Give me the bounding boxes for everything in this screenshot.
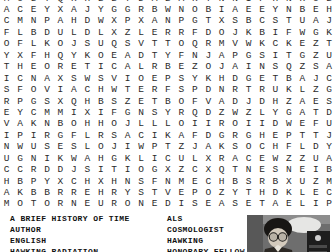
grid-cell-r8c3[interactable]: N [27, 73, 40, 84]
grid-cell-r6c4[interactable]: H [40, 50, 53, 61]
grid-cell-r10c24[interactable]: E [309, 96, 322, 107]
grid-cell-r19c21[interactable]: A [269, 198, 282, 209]
grid-cell-r5c6[interactable]: J [67, 38, 80, 49]
grid-cell-r3c16[interactable]: T [202, 15, 215, 26]
grid-cell-r17c4[interactable]: Y [40, 176, 53, 187]
grid-cell-r12c24[interactable]: F [309, 118, 322, 129]
grid-cell-r10c25[interactable]: S [323, 96, 336, 107]
grid-cell-r7c15[interactable]: Z [188, 61, 201, 72]
grid-cell-r8c22[interactable]: B [282, 73, 295, 84]
grid-cell-r13c4[interactable]: R [40, 130, 53, 141]
grid-cell-r14c18[interactable]: S [228, 141, 241, 152]
grid-cell-r4c3[interactable]: B [27, 27, 40, 38]
grid-cell-r10c1[interactable]: R [0, 96, 13, 107]
grid-cell-r18c12[interactable]: T [148, 187, 161, 198]
grid-cell-r18c14[interactable]: E [175, 187, 188, 198]
grid-cell-r10c17[interactable]: A [215, 96, 228, 107]
grid-cell-r19c2[interactable]: O [13, 198, 26, 209]
grid-cell-r9c16[interactable]: D [202, 84, 215, 95]
grid-cell-r13c15[interactable]: F [188, 130, 201, 141]
grid-cell-r16c19[interactable]: N [242, 164, 255, 175]
grid-cell-r4c19[interactable]: K [242, 27, 255, 38]
grid-cell-r15c17[interactable]: R [215, 153, 228, 164]
grid-cell-r2c2[interactable]: C [13, 4, 26, 15]
grid-cell-r3c8[interactable]: W [94, 15, 107, 26]
grid-cell-r14c5[interactable]: E [54, 141, 67, 152]
grid-cell-r14c1[interactable]: N [0, 141, 13, 152]
grid-cell-r12c11[interactable]: L [134, 118, 147, 129]
grid-cell-r4c25[interactable]: K [323, 27, 336, 38]
grid-cell-r15c20[interactable]: E [255, 153, 268, 164]
grid-cell-r5c15[interactable]: Q [188, 38, 201, 49]
grid-cell-r9c22[interactable]: K [282, 84, 295, 95]
grid-cell-r14c7[interactable]: L [81, 141, 94, 152]
grid-cell-r3c7[interactable]: D [81, 15, 94, 26]
grid-cell-r12c18[interactable]: O [228, 118, 241, 129]
grid-cell-r16c21[interactable]: S [269, 164, 282, 175]
grid-cell-r2c24[interactable]: E [309, 4, 322, 15]
grid-cell-r12c21[interactable]: D [269, 118, 282, 129]
grid-cell-r14c4[interactable]: S [40, 141, 53, 152]
grid-cell-r4c2[interactable]: L [13, 27, 26, 38]
grid-cell-r8c10[interactable]: I [121, 73, 134, 84]
grid-cell-r16c4[interactable]: D [40, 164, 53, 175]
grid-cell-r4c9[interactable]: X [108, 27, 121, 38]
grid-cell-r5c12[interactable]: T [148, 38, 161, 49]
grid-cell-r11c2[interactable]: Y [13, 107, 26, 118]
grid-cell-r9c9[interactable]: W [108, 84, 121, 95]
grid-cell-r10c9[interactable]: S [108, 96, 121, 107]
grid-cell-r8c7[interactable]: W [81, 73, 94, 84]
grid-cell-r16c24[interactable]: I [309, 164, 322, 175]
grid-cell-r8c15[interactable]: Y [188, 73, 201, 84]
grid-cell-r15c12[interactable]: I [148, 153, 161, 164]
grid-cell-r14c2[interactable]: W [13, 141, 26, 152]
grid-cell-r17c20[interactable]: R [255, 176, 268, 187]
grid-cell-r4c17[interactable]: O [215, 27, 228, 38]
grid-cell-r13c6[interactable]: F [67, 130, 80, 141]
grid-cell-r8c20[interactable]: E [255, 73, 268, 84]
grid-cell-r16c10[interactable]: I [121, 164, 134, 175]
grid-cell-r12c22[interactable]: W [282, 118, 295, 129]
grid-cell-r4c7[interactable]: D [81, 27, 94, 38]
grid-cell-r12c13[interactable]: L [161, 118, 174, 129]
grid-cell-r8c1[interactable]: I [0, 73, 13, 84]
grid-cell-r16c13[interactable]: X [161, 164, 174, 175]
grid-cell-r10c23[interactable]: A [296, 96, 309, 107]
grid-cell-r18c25[interactable]: C [323, 187, 336, 198]
grid-cell-r5c14[interactable]: O [175, 38, 188, 49]
grid-cell-r8c13[interactable]: P [161, 73, 174, 84]
grid-cell-r15c18[interactable]: A [228, 153, 241, 164]
grid-cell-r4c15[interactable]: F [188, 27, 201, 38]
grid-cell-r12c9[interactable]: O [108, 118, 121, 129]
grid-cell-r18c16[interactable]: O [202, 187, 215, 198]
grid-cell-r4c5[interactable]: U [54, 27, 67, 38]
grid-cell-r9c1[interactable]: S [0, 84, 13, 95]
grid-cell-r16c1[interactable]: C [0, 164, 13, 175]
grid-cell-r2c16[interactable]: B [202, 4, 215, 15]
grid-cell-r11c6[interactable]: I [67, 107, 80, 118]
grid-cell-r4c23[interactable]: W [296, 27, 309, 38]
grid-cell-r17c6[interactable]: C [67, 176, 80, 187]
grid-cell-r6c12[interactable]: T [148, 50, 161, 61]
grid-cell-r4c22[interactable]: F [282, 27, 295, 38]
grid-cell-r14c10[interactable]: I [121, 141, 134, 152]
grid-cell-r14c9[interactable]: J [108, 141, 121, 152]
grid-cell-r16c6[interactable]: J [67, 164, 80, 175]
grid-cell-r11c1[interactable]: E [0, 107, 13, 118]
grid-cell-r10c8[interactable]: B [94, 96, 107, 107]
grid-cell-r19c20[interactable]: T [255, 198, 268, 209]
grid-cell-r17c25[interactable]: M [323, 176, 336, 187]
grid-cell-r17c17[interactable]: H [215, 176, 228, 187]
grid-cell-r18c6[interactable]: R [67, 187, 80, 198]
grid-cell-r11c14[interactable]: R [175, 107, 188, 118]
grid-cell-r18c2[interactable]: K [13, 187, 26, 198]
grid-cell-r7c10[interactable]: A [121, 61, 134, 72]
grid-cell-r16c25[interactable]: B [323, 164, 336, 175]
grid-cell-r19c9[interactable]: R [108, 198, 121, 209]
grid-cell-r4c6[interactable]: L [67, 27, 80, 38]
grid-cell-r9c14[interactable]: S [175, 84, 188, 95]
grid-cell-r5c3[interactable]: L [27, 38, 40, 49]
grid-cell-r2c20[interactable]: E [255, 4, 268, 15]
grid-cell-r15c23[interactable]: Z [296, 153, 309, 164]
grid-cell-r17c12[interactable]: F [148, 176, 161, 187]
grid-cell-r4c8[interactable]: L [94, 27, 107, 38]
grid-cell-r19c25[interactable]: P [323, 198, 336, 209]
grid-cell-r9c11[interactable]: E [134, 84, 147, 95]
grid-cell-r7c16[interactable]: O [202, 61, 215, 72]
grid-cell-r17c13[interactable]: N [161, 176, 174, 187]
grid-cell-r6c7[interactable]: K [81, 50, 94, 61]
grid-cell-r5c2[interactable]: F [13, 38, 26, 49]
grid-cell-r15c6[interactable]: W [67, 153, 80, 164]
grid-cell-r7c14[interactable]: E [175, 61, 188, 72]
grid-cell-r9c25[interactable]: G [323, 84, 336, 95]
grid-cell-r12c17[interactable]: R [215, 118, 228, 129]
grid-cell-r19c18[interactable]: S [228, 198, 241, 209]
grid-cell-r3c6[interactable]: H [67, 15, 80, 26]
grid-cell-r16c15[interactable]: C [188, 164, 201, 175]
grid-cell-r11c17[interactable]: Z [215, 107, 228, 118]
grid-cell-r3c13[interactable]: N [161, 15, 174, 26]
grid-cell-r4c1[interactable]: F [0, 27, 13, 38]
grid-cell-r3c14[interactable]: P [175, 15, 188, 26]
grid-cell-r18c18[interactable]: Y [228, 187, 241, 198]
grid-cell-r18c24[interactable]: E [309, 187, 322, 198]
grid-cell-r3c3[interactable]: N [27, 15, 40, 26]
grid-cell-r3c25[interactable]: J [323, 15, 336, 26]
grid-cell-r3c17[interactable]: X [215, 15, 228, 26]
grid-cell-r19c17[interactable]: A [215, 198, 228, 209]
grid-cell-r13c7[interactable]: L [81, 130, 94, 141]
grid-cell-r15c25[interactable]: A [323, 153, 336, 164]
grid-cell-r18c7[interactable]: E [81, 187, 94, 198]
grid-cell-r6c6[interactable]: Y [67, 50, 80, 61]
grid-cell-r15c16[interactable]: X [202, 153, 215, 164]
grid-cell-r17c11[interactable]: S [134, 176, 147, 187]
grid-cell-r15c13[interactable]: C [161, 153, 174, 164]
grid-cell-r14c25[interactable]: Y [323, 141, 336, 152]
grid-cell-r9c5[interactable]: I [54, 84, 67, 95]
grid-cell-r10c4[interactable]: S [40, 96, 53, 107]
grid-cell-r6c24[interactable]: Z [309, 50, 322, 61]
grid-cell-r13c22[interactable]: P [282, 130, 295, 141]
grid-cell-r19c22[interactable]: E [282, 198, 295, 209]
grid-cell-r2c4[interactable]: Y [40, 4, 53, 15]
grid-cell-r19c23[interactable]: L [296, 198, 309, 209]
grid-cell-r19c11[interactable]: N [134, 198, 147, 209]
grid-cell-r9c2[interactable]: F [13, 84, 26, 95]
grid-cell-r11c12[interactable]: S [148, 107, 161, 118]
grid-cell-r18c4[interactable]: B [40, 187, 53, 198]
grid-cell-r13c13[interactable]: K [161, 130, 174, 141]
grid-cell-r16c17[interactable]: Q [215, 164, 228, 175]
grid-cell-r10c18[interactable]: D [228, 96, 241, 107]
grid-cell-r11c23[interactable]: A [296, 107, 309, 118]
grid-cell-r9c12[interactable]: R [148, 84, 161, 95]
grid-cell-r18c23[interactable]: L [296, 187, 309, 198]
grid-cell-r7c20[interactable]: N [255, 61, 268, 72]
grid-cell-r19c16[interactable]: E [202, 198, 215, 209]
grid-cell-r19c24[interactable]: I [309, 198, 322, 209]
grid-cell-r5c24[interactable]: Z [309, 38, 322, 49]
grid-cell-r13c16[interactable]: D [202, 130, 215, 141]
grid-cell-r11c19[interactable]: Z [242, 107, 255, 118]
grid-cell-r13c20[interactable]: H [255, 130, 268, 141]
grid-cell-r12c4[interactable]: N [40, 118, 53, 129]
grid-cell-r6c25[interactable]: U [323, 50, 336, 61]
grid-cell-r2c17[interactable]: I [215, 4, 228, 15]
grid-cell-r19c13[interactable]: D [161, 198, 174, 209]
grid-cell-r6c18[interactable]: P [228, 50, 241, 61]
grid-cell-r10c13[interactable]: B [161, 96, 174, 107]
grid-cell-r18c15[interactable]: P [188, 187, 201, 198]
grid-cell-r9c13[interactable]: F [161, 84, 174, 95]
grid-cell-r7c2[interactable]: H [13, 61, 26, 72]
grid-cell-r16c2[interactable]: C [13, 164, 26, 175]
grid-cell-r4c4[interactable]: D [40, 27, 53, 38]
grid-cell-r19c5[interactable]: R [54, 198, 67, 209]
grid-cell-r5c18[interactable]: V [228, 38, 241, 49]
grid-cell-r2c14[interactable]: N [175, 4, 188, 15]
grid-cell-r2c23[interactable]: B [296, 4, 309, 15]
grid-cell-r19c12[interactable]: E [148, 198, 161, 209]
grid-cell-r5c11[interactable]: V [134, 38, 147, 49]
grid-cell-r12c10[interactable]: J [121, 118, 134, 129]
grid-cell-r10c3[interactable]: G [27, 96, 40, 107]
grid-cell-r7c5[interactable]: R [54, 61, 67, 72]
grid-cell-r10c5[interactable]: X [54, 96, 67, 107]
grid-cell-r18c1[interactable]: A [0, 187, 13, 198]
grid-cell-r19c4[interactable]: O [40, 198, 53, 209]
grid-cell-r14c3[interactable]: U [27, 141, 40, 152]
grid-cell-r14c22[interactable]: F [282, 141, 295, 152]
grid-cell-r19c1[interactable]: M [0, 198, 13, 209]
grid-cell-r4c11[interactable]: L [134, 27, 147, 38]
grid-cell-r10c16[interactable]: V [202, 96, 215, 107]
grid-cell-r11c18[interactable]: W [228, 107, 241, 118]
grid-cell-r3c11[interactable]: X [134, 15, 147, 26]
grid-cell-r2c15[interactable]: O [188, 4, 201, 15]
grid-cell-r7c8[interactable]: I [94, 61, 107, 72]
grid-cell-r7c12[interactable]: R [148, 61, 161, 72]
grid-cell-r15c21[interactable]: W [269, 153, 282, 164]
grid-cell-r3c18[interactable]: S [228, 15, 241, 26]
grid-cell-r3c15[interactable]: G [188, 15, 201, 26]
grid-cell-r9c7[interactable]: C [81, 84, 94, 95]
grid-cell-r11c11[interactable]: N [134, 107, 147, 118]
grid-cell-r9c21[interactable]: U [269, 84, 282, 95]
grid-cell-r5c21[interactable]: C [269, 38, 282, 49]
grid-cell-r3c1[interactable]: C [0, 15, 13, 26]
grid-cell-r11c21[interactable]: Y [269, 107, 282, 118]
grid-cell-r18c8[interactable]: H [94, 187, 107, 198]
grid-cell-r4c10[interactable]: Z [121, 27, 134, 38]
grid-cell-r17c15[interactable]: E [188, 176, 201, 187]
grid-cell-r7c13[interactable]: B [161, 61, 174, 72]
grid-cell-r12c14[interactable]: O [175, 118, 188, 129]
grid-cell-r15c2[interactable]: G [13, 153, 26, 164]
grid-cell-r10c20[interactable]: D [255, 96, 268, 107]
grid-cell-r15c9[interactable]: G [108, 153, 121, 164]
grid-cell-r14c20[interactable]: C [255, 141, 268, 152]
grid-cell-r12c3[interactable]: K [27, 118, 40, 129]
grid-cell-r17c23[interactable]: U [296, 176, 309, 187]
grid-cell-r9c19[interactable]: T [242, 84, 255, 95]
grid-cell-r15c11[interactable]: L [134, 153, 147, 164]
grid-cell-r6c8[interactable]: O [94, 50, 107, 61]
grid-cell-r2c11[interactable]: R [134, 4, 147, 15]
grid-cell-r5c9[interactable]: Q [108, 38, 121, 49]
grid-cell-r11c4[interactable]: M [40, 107, 53, 118]
grid-cell-r13c9[interactable]: S [108, 130, 121, 141]
grid-cell-r17c1[interactable]: H [0, 176, 13, 187]
grid-cell-r18c20[interactable]: H [255, 187, 268, 198]
grid-cell-r8c17[interactable]: H [215, 73, 228, 84]
grid-cell-r14c24[interactable]: D [309, 141, 322, 152]
grid-cell-r16c9[interactable]: T [108, 164, 121, 175]
grid-cell-r15c15[interactable]: L [188, 153, 201, 164]
grid-cell-r14c13[interactable]: T [161, 141, 174, 152]
grid-cell-r19c19[interactable]: E [242, 198, 255, 209]
grid-cell-r9c3[interactable]: O [27, 84, 40, 95]
grid-cell-r8c19[interactable]: G [242, 73, 255, 84]
grid-cell-r5c8[interactable]: U [94, 38, 107, 49]
grid-cell-r11c22[interactable]: G [282, 107, 295, 118]
grid-cell-r12c16[interactable]: I [202, 118, 215, 129]
grid-cell-r5c5[interactable]: O [54, 38, 67, 49]
grid-cell-r6c17[interactable]: A [215, 50, 228, 61]
grid-cell-r3c24[interactable]: A [309, 15, 322, 26]
grid-cell-r15c1[interactable]: U [0, 153, 13, 164]
grid-cell-r6c22[interactable]: T [282, 50, 295, 61]
grid-cell-r19c15[interactable]: S [188, 198, 201, 209]
grid-cell-r5c7[interactable]: S [81, 38, 94, 49]
grid-cell-r17c3[interactable]: P [27, 176, 40, 187]
grid-cell-r18c10[interactable]: Y [121, 187, 134, 198]
grid-cell-r7c18[interactable]: A [228, 61, 241, 72]
grid-cell-r18c17[interactable]: Z [215, 187, 228, 198]
grid-cell-r13c23[interactable]: T [296, 130, 309, 141]
grid-cell-r7c25[interactable]: A [323, 61, 336, 72]
grid-cell-r13c3[interactable]: I [27, 130, 40, 141]
grid-cell-r11c8[interactable]: I [94, 107, 107, 118]
grid-cell-r12c5[interactable]: B [54, 118, 67, 129]
grid-cell-r6c14[interactable]: F [175, 50, 188, 61]
grid-cell-r10c14[interactable]: O [175, 96, 188, 107]
grid-cell-r2c8[interactable]: Y [94, 4, 107, 15]
grid-cell-r5c22[interactable]: K [282, 38, 295, 49]
grid-cell-r13c24[interactable]: T [309, 130, 322, 141]
grid-cell-r3c21[interactable]: S [269, 15, 282, 26]
grid-cell-r2c22[interactable]: N [282, 4, 295, 15]
grid-cell-r3c4[interactable]: P [40, 15, 53, 26]
grid-cell-r14c19[interactable]: O [242, 141, 255, 152]
grid-cell-r17c5[interactable]: X [54, 176, 67, 187]
grid-cell-r11c7[interactable]: X [81, 107, 94, 118]
grid-cell-r8c16[interactable]: K [202, 73, 215, 84]
grid-cell-r15c24[interactable]: U [309, 153, 322, 164]
grid-cell-r17c21[interactable]: B [269, 176, 282, 187]
grid-cell-r18c3[interactable]: B [27, 187, 40, 198]
grid-cell-r11c20[interactable]: L [255, 107, 268, 118]
grid-cell-r16c3[interactable]: R [27, 164, 40, 175]
grid-cell-r8c9[interactable]: V [108, 73, 121, 84]
grid-cell-r13c19[interactable]: G [242, 130, 255, 141]
grid-cell-r14c14[interactable]: Z [175, 141, 188, 152]
grid-cell-r18c9[interactable]: R [108, 187, 121, 198]
grid-cell-r17c19[interactable]: S [242, 176, 255, 187]
grid-cell-r6c16[interactable]: J [202, 50, 215, 61]
grid-cell-r12c15[interactable]: I [188, 118, 201, 129]
grid-cell-r13c14[interactable]: A [175, 130, 188, 141]
grid-cell-r2c10[interactable]: G [121, 4, 134, 15]
grid-cell-r6c15[interactable]: N [188, 50, 201, 61]
grid-cell-r4c12[interactable]: E [148, 27, 161, 38]
grid-cell-r7c23[interactable]: Z [296, 61, 309, 72]
grid-cell-r9c18[interactable]: R [228, 84, 241, 95]
grid-cell-r3c2[interactable]: M [13, 15, 26, 26]
grid-cell-r15c7[interactable]: A [81, 153, 94, 164]
grid-cell-r2c3[interactable]: E [27, 4, 40, 15]
grid-cell-r19c3[interactable]: T [27, 198, 40, 209]
grid-cell-r15c22[interactable]: Z [282, 153, 295, 164]
grid-cell-r2c19[interactable]: E [242, 4, 255, 15]
grid-cell-r12c6[interactable]: O [67, 118, 80, 129]
grid-cell-r17c24[interactable]: Z [309, 176, 322, 187]
grid-cell-r10c21[interactable]: H [269, 96, 282, 107]
grid-cell-r7c19[interactable]: I [242, 61, 255, 72]
grid-cell-r2c18[interactable]: A [228, 4, 241, 15]
grid-cell-r7c4[interactable]: O [40, 61, 53, 72]
grid-cell-r10c7[interactable]: H [81, 96, 94, 107]
grid-cell-r3c23[interactable]: U [296, 15, 309, 26]
grid-cell-r9c23[interactable]: L [296, 84, 309, 95]
grid-cell-r14c23[interactable]: L [296, 141, 309, 152]
grid-cell-r3c9[interactable]: X [108, 15, 121, 26]
grid-cell-r5c13[interactable]: T [161, 38, 174, 49]
grid-cell-r17c7[interactable]: H [81, 176, 94, 187]
grid-cell-r6c10[interactable]: A [121, 50, 134, 61]
grid-cell-r6c21[interactable]: I [269, 50, 282, 61]
grid-cell-r6c1[interactable]: Y [0, 50, 13, 61]
grid-cell-r10c12[interactable]: T [148, 96, 161, 107]
grid-cell-r16c23[interactable]: E [296, 164, 309, 175]
grid-cell-r11c25[interactable]: D [323, 107, 336, 118]
